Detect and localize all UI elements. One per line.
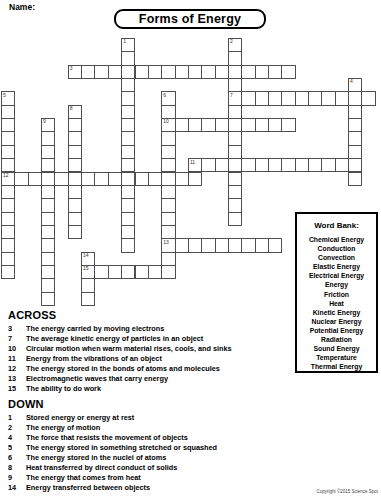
grid-cell-r10-c1[interactable] bbox=[14, 172, 28, 186]
grid-cell-r13-c17[interactable] bbox=[228, 212, 242, 226]
grid-cell-r4-c27[interactable] bbox=[361, 91, 375, 105]
cell-number-3: 3 bbox=[70, 66, 73, 71]
grid-cell-r9-c18[interactable] bbox=[241, 158, 255, 172]
grid-cell-r7-c5[interactable] bbox=[68, 131, 82, 145]
grid-cell-r9-c15[interactable] bbox=[201, 158, 215, 172]
down-clue-number: 2 bbox=[8, 423, 26, 432]
grid-cell-r12-c3[interactable] bbox=[41, 198, 55, 212]
page-title: Forms of Energy bbox=[139, 12, 241, 26]
grid-cell-r5-c12[interactable] bbox=[161, 105, 175, 119]
grid-cell-r15-c13[interactable] bbox=[175, 238, 189, 252]
down-clue-text: The energy stored in something stretched… bbox=[26, 443, 217, 452]
across-clue-row: 11Energy from the vibrations of an objec… bbox=[8, 354, 232, 364]
grid-cell-r11-c3[interactable] bbox=[41, 185, 55, 199]
word-bank-item: Energy bbox=[297, 280, 376, 289]
grid-cell-r8-c26[interactable] bbox=[348, 145, 362, 159]
word-bank-item: Friction bbox=[297, 290, 376, 299]
cell-number-7: 7 bbox=[230, 93, 233, 98]
grid-cell-r16-c6[interactable]: 14 bbox=[81, 252, 95, 266]
across-clue-text: Electromagnetic waves that carry energy bbox=[26, 374, 168, 383]
grid-cell-r10-c4[interactable] bbox=[54, 172, 68, 186]
down-clue-row: 8Heat transferred by direct conduct of s… bbox=[8, 463, 217, 473]
word-bank-item: Sound Energy bbox=[297, 344, 376, 353]
word-bank-item: Nuclear Energy bbox=[297, 317, 376, 326]
grid-cell-r17-c6[interactable]: 15 bbox=[81, 265, 95, 279]
down-clue-number: 14 bbox=[8, 483, 26, 492]
grid-cell-r9-c23[interactable] bbox=[308, 158, 322, 172]
grid-cell-r2-c10[interactable] bbox=[135, 65, 149, 79]
grid-cell-r14-c5[interactable] bbox=[68, 225, 82, 239]
down-clues-list: 1Stored energy or energy at rest2The ene… bbox=[8, 413, 217, 493]
across-clue-number: 15 bbox=[8, 384, 26, 393]
grid-cell-r10-c6[interactable] bbox=[81, 172, 95, 186]
grid-cell-r14-c12[interactable] bbox=[161, 225, 175, 239]
grid-cell-r15-c18[interactable] bbox=[241, 238, 255, 252]
down-clue-number: 6 bbox=[8, 453, 26, 462]
grid-cell-r15-c17[interactable] bbox=[228, 238, 242, 252]
grid-cell-r5-c17[interactable] bbox=[228, 105, 242, 119]
down-clue-row: 9The energy that comes from heat bbox=[8, 473, 217, 483]
word-bank-item: Temperature bbox=[297, 353, 376, 362]
word-bank-item: Convection bbox=[297, 253, 376, 262]
across-clues-section: ACROSS 3The energy carried by moving ele… bbox=[8, 309, 232, 394]
grid-cell-r2-c14[interactable] bbox=[188, 65, 202, 79]
down-clue-text: Energy transferred between objects bbox=[26, 483, 150, 492]
word-bank-item: Radiation bbox=[297, 335, 376, 344]
word-bank-list: Chemical EnergyConductionConvectionElast… bbox=[297, 235, 376, 371]
grid-cell-r10-c11[interactable] bbox=[148, 172, 162, 186]
grid-cell-r6-c26[interactable] bbox=[348, 118, 362, 132]
copyright-text: Copyright ©2015 Science Spot bbox=[283, 489, 378, 494]
grid-cell-r15-c3[interactable] bbox=[41, 238, 55, 252]
worksheet-page: Name: Forms of Energy 127345126101389111… bbox=[0, 0, 381, 500]
down-clue-text: The energy that comes from heat bbox=[26, 473, 141, 482]
grid-cell-r7-c9[interactable] bbox=[121, 131, 135, 145]
grid-cell-r2-c9[interactable] bbox=[121, 65, 135, 79]
grid-cell-r12-c12[interactable] bbox=[161, 198, 175, 212]
grid-cell-r8-c3[interactable] bbox=[41, 145, 55, 159]
grid-cell-r12-c0[interactable] bbox=[1, 198, 15, 212]
down-clue-text: Heat transferred by direct conduct of so… bbox=[26, 463, 177, 472]
down-clue-row: 6The energy stored in the nuclei of atom… bbox=[8, 453, 217, 463]
grid-cell-r4-c17[interactable]: 7 bbox=[228, 91, 242, 105]
grid-cell-r15-c0[interactable] bbox=[1, 238, 15, 252]
grid-cell-r6-c13[interactable] bbox=[175, 118, 189, 132]
grid-cell-r17-c10[interactable] bbox=[135, 265, 149, 279]
word-bank-title: Word Bank: bbox=[297, 221, 376, 230]
across-clue-number: 13 bbox=[8, 374, 26, 383]
grid-cell-r15-c12[interactable]: 13 bbox=[161, 238, 175, 252]
grid-cell-r13-c0[interactable] bbox=[1, 212, 15, 226]
grid-cell-r8-c5[interactable] bbox=[68, 145, 82, 159]
word-bank-item: Elastic Energy bbox=[297, 262, 376, 271]
grid-cell-r13-c9[interactable] bbox=[121, 212, 135, 226]
grid-cell-r9-c25[interactable] bbox=[335, 158, 349, 172]
grid-cell-r6-c5[interactable] bbox=[68, 118, 82, 132]
down-clue-number: 9 bbox=[8, 473, 26, 482]
across-clue-row: 7The average kinetic energy of particles… bbox=[8, 334, 232, 344]
grid-cell-r12-c17[interactable] bbox=[228, 198, 242, 212]
cell-number-12: 12 bbox=[3, 173, 9, 178]
grid-cell-r10-c7[interactable] bbox=[94, 172, 108, 186]
grid-cell-r11-c12[interactable] bbox=[161, 185, 175, 199]
grid-cell-r2-c18[interactable] bbox=[241, 65, 255, 79]
across-clue-number: 7 bbox=[8, 334, 26, 343]
grid-cell-r4-c20[interactable] bbox=[268, 91, 282, 105]
grid-cell-r9-c0[interactable] bbox=[1, 158, 15, 172]
grid-cell-r17-c11[interactable] bbox=[148, 265, 162, 279]
cell-number-4: 4 bbox=[350, 79, 353, 84]
grid-cell-r14-c9[interactable] bbox=[121, 225, 135, 239]
across-clue-row: 12The energy stored in the bonds of atom… bbox=[8, 364, 232, 374]
grid-cell-r15-c15[interactable] bbox=[201, 238, 215, 252]
grid-cell-r8-c9[interactable] bbox=[121, 145, 135, 159]
grid-cell-r16-c12[interactable] bbox=[161, 252, 175, 266]
grid-cell-r17-c7[interactable] bbox=[94, 265, 108, 279]
grid-cell-r9-c9[interactable] bbox=[121, 158, 135, 172]
grid-cell-r6-c12[interactable]: 10 bbox=[161, 118, 175, 132]
grid-cell-r9-c21[interactable] bbox=[281, 158, 295, 172]
across-clue-text: The energy stored in the bonds of atoms … bbox=[26, 364, 220, 373]
grid-cell-r1-c17[interactable] bbox=[228, 51, 242, 65]
grid-cell-r2-c8[interactable] bbox=[108, 65, 122, 79]
across-clue-number: 11 bbox=[8, 354, 26, 363]
grid-cell-r6-c3[interactable]: 9 bbox=[41, 118, 55, 132]
grid-cell-r10-c3[interactable] bbox=[41, 172, 55, 186]
grid-cell-r4-c9[interactable] bbox=[121, 91, 135, 105]
grid-cell-r2-c15[interactable] bbox=[201, 65, 215, 79]
grid-cell-r2-c21[interactable] bbox=[281, 65, 295, 79]
grid-cell-r3-c9[interactable] bbox=[121, 78, 135, 92]
grid-cell-r18-c6[interactable] bbox=[81, 278, 95, 292]
grid-cell-r11-c0[interactable] bbox=[1, 185, 15, 199]
word-bank-item: Heat bbox=[297, 299, 376, 308]
grid-cell-r19-c3[interactable] bbox=[41, 292, 55, 306]
cell-number-1: 1 bbox=[123, 39, 126, 44]
grid-cell-r10-c8[interactable] bbox=[108, 172, 122, 186]
grid-cell-r12-c5[interactable] bbox=[68, 198, 82, 212]
across-clue-number: 12 bbox=[8, 364, 26, 373]
grid-cell-r3-c17[interactable] bbox=[228, 78, 242, 92]
grid-cell-r12-c9[interactable] bbox=[121, 198, 135, 212]
grid-cell-r5-c0[interactable] bbox=[1, 105, 15, 119]
grid-cell-r17-c0[interactable] bbox=[1, 265, 15, 279]
grid-cell-r8-c17[interactable] bbox=[228, 145, 242, 159]
grid-cell-r17-c12[interactable] bbox=[161, 265, 175, 279]
grid-cell-r17-c3[interactable] bbox=[41, 265, 55, 279]
grid-cell-r10-c2[interactable] bbox=[28, 172, 42, 186]
grid-cell-r9-c12[interactable] bbox=[161, 158, 175, 172]
grid-cell-r11-c17[interactable] bbox=[228, 185, 242, 199]
grid-cell-r2-c20[interactable] bbox=[268, 65, 282, 79]
grid-cell-r10-c17[interactable] bbox=[228, 172, 242, 186]
grid-cell-r6-c17[interactable] bbox=[228, 118, 242, 132]
across-clue-row: 10Circular motion when warm material ris… bbox=[8, 344, 232, 354]
grid-cell-r15-c19[interactable] bbox=[255, 238, 269, 252]
grid-cell-r2-c16[interactable] bbox=[215, 65, 229, 79]
cell-number-9: 9 bbox=[43, 119, 46, 124]
grid-cell-r10-c0[interactable]: 12 bbox=[1, 172, 15, 186]
grid-cell-r14-c0[interactable] bbox=[1, 225, 15, 239]
grid-cell-r4-c21[interactable] bbox=[281, 91, 295, 105]
cell-number-13: 13 bbox=[163, 240, 169, 245]
grid-cell-r9-c22[interactable] bbox=[295, 158, 309, 172]
across-clue-text: Circular motion when warm material rises… bbox=[26, 344, 232, 353]
down-clue-number: 5 bbox=[8, 443, 26, 452]
grid-cell-r4-c12[interactable]: 6 bbox=[161, 91, 175, 105]
cell-number-10: 10 bbox=[163, 119, 169, 124]
grid-cell-r2-c7[interactable] bbox=[94, 65, 108, 79]
down-clue-number: 1 bbox=[8, 413, 26, 422]
across-clue-text: The energy carried by moving electrons bbox=[26, 324, 164, 333]
grid-cell-r16-c0[interactable] bbox=[1, 252, 15, 266]
grid-cell-r5-c26[interactable] bbox=[348, 105, 362, 119]
grid-cell-r7-c12[interactable] bbox=[161, 131, 175, 145]
grid-cell-r9-c3[interactable] bbox=[41, 158, 55, 172]
grid-cell-r14-c3[interactable] bbox=[41, 225, 55, 239]
grid-cell-r9-c24[interactable] bbox=[321, 158, 335, 172]
grid-cell-r10-c14[interactable] bbox=[188, 172, 202, 186]
grid-cell-r16-c3[interactable] bbox=[41, 252, 55, 266]
grid-cell-r7-c0[interactable] bbox=[1, 131, 15, 145]
grid-cell-r17-c8[interactable] bbox=[108, 265, 122, 279]
grid-cell-r6-c16[interactable] bbox=[215, 118, 229, 132]
grid-cell-r2-c17[interactable] bbox=[228, 65, 242, 79]
grid-cell-r9-c14[interactable]: 11 bbox=[188, 158, 202, 172]
across-clue-row: 3The energy carried by moving electrons bbox=[8, 324, 232, 334]
grid-cell-r6-c15[interactable] bbox=[201, 118, 215, 132]
grid-cell-r6-c9[interactable] bbox=[121, 118, 135, 132]
grid-cell-r15-c16[interactable] bbox=[215, 238, 229, 252]
grid-cell-r15-c20[interactable] bbox=[268, 238, 282, 252]
grid-cell-r5-c9[interactable] bbox=[121, 105, 135, 119]
down-clue-row: 1Stored energy or energy at rest bbox=[8, 413, 217, 423]
down-clues-section: DOWN 1Stored energy or energy at rest2Th… bbox=[8, 398, 217, 493]
grid-cell-r0-c17[interactable]: 2 bbox=[228, 38, 242, 52]
down-header: DOWN bbox=[8, 398, 217, 410]
down-clue-number: 4 bbox=[8, 433, 26, 442]
grid-cell-r7-c17[interactable] bbox=[228, 131, 242, 145]
word-bank-item: Chemical Energy bbox=[297, 235, 376, 244]
grid-cell-r11-c5[interactable] bbox=[68, 185, 82, 199]
grid-cell-r6-c20[interactable] bbox=[268, 118, 282, 132]
word-bank-item: Thermal Energy bbox=[297, 362, 376, 371]
grid-cell-r3-c26[interactable]: 4 bbox=[348, 78, 362, 92]
across-clue-row: 15The ability to do work bbox=[8, 384, 232, 394]
grid-cell-r7-c26[interactable] bbox=[348, 131, 362, 145]
across-clues-list: 3The energy carried by moving electrons7… bbox=[8, 324, 232, 394]
grid-cell-r15-c9[interactable] bbox=[121, 238, 135, 252]
grid-cell-r15-c14[interactable] bbox=[188, 238, 202, 252]
grid-cell-r9-c17[interactable] bbox=[228, 158, 242, 172]
down-clue-row: 5The energy stored in something stretche… bbox=[8, 443, 217, 453]
grid-cell-r4-c22[interactable] bbox=[295, 91, 309, 105]
cell-number-11: 11 bbox=[190, 160, 195, 165]
title-box: Forms of Energy bbox=[114, 9, 266, 29]
cell-number-6: 6 bbox=[163, 93, 166, 98]
grid-cell-r13-c12[interactable] bbox=[161, 212, 175, 226]
grid-cell-r10-c12[interactable] bbox=[161, 172, 175, 186]
grid-cell-r2-c11[interactable] bbox=[148, 65, 162, 79]
across-clue-text: The ability to do work bbox=[26, 384, 101, 393]
word-bank-item: Potential Energy bbox=[297, 326, 376, 335]
grid-cell-r4-c24[interactable] bbox=[321, 91, 335, 105]
down-clue-text: The force that resists the movement of o… bbox=[26, 433, 188, 442]
grid-cell-r19-c6[interactable] bbox=[81, 292, 95, 306]
grid-cell-r4-c18[interactable] bbox=[241, 91, 255, 105]
cell-number-14: 14 bbox=[83, 253, 89, 258]
cell-number-8: 8 bbox=[70, 106, 73, 111]
name-label: Name: bbox=[9, 2, 35, 12]
grid-cell-r6-c19[interactable] bbox=[255, 118, 269, 132]
across-clue-number: 3 bbox=[8, 324, 26, 333]
grid-cell-r13-c5[interactable] bbox=[68, 212, 82, 226]
grid-cell-r2-c12[interactable] bbox=[161, 65, 175, 79]
grid-cell-r4-c25[interactable] bbox=[335, 91, 349, 105]
down-clue-text: Stored energy or energy at rest bbox=[26, 413, 134, 422]
across-clue-text: The average kinetic energy of particles … bbox=[26, 334, 203, 343]
grid-cell-r10-c9[interactable] bbox=[121, 172, 135, 186]
down-clue-number: 8 bbox=[8, 463, 26, 472]
grid-cell-r2-c5[interactable]: 3 bbox=[68, 65, 82, 79]
word-bank-item: Electrical Energy bbox=[297, 271, 376, 280]
grid-cell-r17-c9[interactable] bbox=[121, 265, 135, 279]
grid-cell-r7-c3[interactable] bbox=[41, 131, 55, 145]
grid-cell-r4-c23[interactable] bbox=[308, 91, 322, 105]
grid-cell-r6-c14[interactable] bbox=[188, 118, 202, 132]
grid-cell-r9-c26[interactable] bbox=[348, 158, 362, 172]
down-clue-text: The energy of motion bbox=[26, 423, 100, 432]
down-clue-row: 14Energy transferred between objects bbox=[8, 483, 217, 493]
grid-cell-r4-c19[interactable] bbox=[255, 91, 269, 105]
grid-cell-r6-c0[interactable] bbox=[1, 118, 15, 132]
grid-cell-r6-c18[interactable] bbox=[241, 118, 255, 132]
across-clue-text: Energy from the vibrations of an object bbox=[26, 354, 162, 363]
grid-cell-r8-c0[interactable] bbox=[1, 145, 15, 159]
grid-cell-r2-c13[interactable] bbox=[175, 65, 189, 79]
across-clue-number: 10 bbox=[8, 344, 26, 353]
grid-cell-r5-c5[interactable]: 8 bbox=[68, 105, 82, 119]
grid-cell-r10-c5[interactable] bbox=[68, 172, 82, 186]
grid-cell-r8-c12[interactable] bbox=[161, 145, 175, 159]
grid-cell-r10-c26[interactable] bbox=[348, 172, 362, 186]
cell-number-5: 5 bbox=[3, 93, 6, 98]
grid-cell-r9-c20[interactable] bbox=[268, 158, 282, 172]
down-clue-text: The energy stored in the nuclei of atoms bbox=[26, 453, 166, 462]
grid-cell-r0-c9[interactable]: 1 bbox=[121, 38, 135, 52]
across-header: ACROSS bbox=[8, 309, 232, 321]
cell-number-15: 15 bbox=[83, 266, 89, 271]
cell-number-2: 2 bbox=[230, 39, 233, 44]
word-bank: Word Bank: Chemical EnergyConductionConv… bbox=[295, 212, 378, 373]
grid-cell-r18-c3[interactable] bbox=[41, 278, 55, 292]
grid-cell-r11-c9[interactable] bbox=[121, 185, 135, 199]
grid-cell-r9-c16[interactable] bbox=[215, 158, 229, 172]
grid-cell-r10-c13[interactable] bbox=[175, 172, 189, 186]
grid-cell-r13-c3[interactable] bbox=[41, 212, 55, 226]
grid-cell-r1-c9[interactable] bbox=[121, 51, 135, 65]
grid-cell-r9-c5[interactable] bbox=[68, 158, 82, 172]
grid-cell-r10-c10[interactable] bbox=[135, 172, 149, 186]
grid-cell-r6-c21[interactable] bbox=[281, 118, 295, 132]
grid-cell-r2-c6[interactable] bbox=[81, 65, 95, 79]
down-clue-row: 2The energy of motion bbox=[8, 423, 217, 433]
grid-cell-r2-c19[interactable] bbox=[255, 65, 269, 79]
grid-cell-r4-c26[interactable] bbox=[348, 91, 362, 105]
word-bank-item: Conduction bbox=[297, 244, 376, 253]
down-clue-row: 4The force that resists the movement of … bbox=[8, 433, 217, 443]
grid-cell-r9-c19[interactable] bbox=[255, 158, 269, 172]
word-bank-item: Kinetic Energy bbox=[297, 308, 376, 317]
grid-cell-r4-c0[interactable]: 5 bbox=[1, 91, 15, 105]
across-clue-row: 13Electromagnetic waves that carry energ… bbox=[8, 374, 232, 384]
